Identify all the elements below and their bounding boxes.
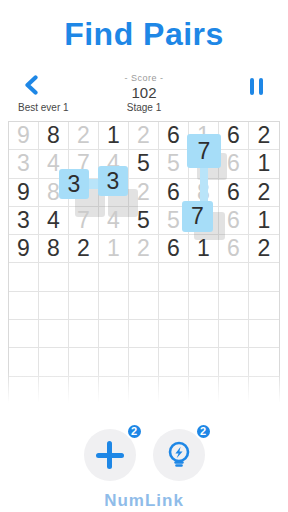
cell-number: 6 [167,237,180,260]
matched-tile[interactable]: 3 [98,166,128,196]
board-cell[interactable] [189,320,219,348]
cell-number: 6 [227,152,240,175]
meta-row: Best ever 1 Stage 1 [0,102,288,115]
board-cell[interactable] [129,320,159,348]
cell-number: 2 [77,237,90,260]
board-cell[interactable] [69,348,99,376]
board-cell[interactable]: 1 [99,122,129,150]
board-cell[interactable] [159,292,189,320]
board-cell[interactable] [159,377,189,405]
score-value: 102 [38,85,250,100]
board-cell[interactable] [159,348,189,376]
cell-number: 9 [17,237,30,260]
board-cell[interactable] [189,292,219,320]
board-cell[interactable]: 9 [9,122,39,150]
board-cell[interactable] [219,348,249,376]
board-cell[interactable] [99,377,129,405]
stage-label: Stage 1 [127,102,161,113]
cell-number: 2 [77,124,90,147]
board-cell[interactable]: 3 [9,150,39,178]
board-cell[interactable]: 2 [69,122,99,150]
game-board: 9821261623474556198268623474556198212616… [8,121,280,405]
cell-number: 6 [167,181,180,204]
board-cell[interactable] [129,377,159,405]
add-numbers-badge: 2 [126,423,143,440]
board-cell[interactable] [69,292,99,320]
board-cell[interactable]: 2 [129,235,159,263]
board-cell[interactable] [219,320,249,348]
board-cell[interactable] [9,320,39,348]
board-cell[interactable]: 8 [39,122,69,150]
board-cell[interactable]: 2 [69,235,99,263]
board-cell[interactable] [99,320,129,348]
cell-number: 2 [258,237,271,260]
cell-number: 6 [227,209,240,232]
board-cell[interactable] [249,377,279,405]
board-cell[interactable]: 1 [99,235,129,263]
board-cell[interactable] [99,348,129,376]
matched-tile[interactable]: 7 [182,201,213,232]
cell-number: 4 [47,209,60,232]
cell-number: 6 [227,124,240,147]
cell-number: 1 [258,209,271,232]
board-cell[interactable] [219,377,249,405]
board-cell[interactable]: 6 [219,122,249,150]
lightbulb-icon [163,439,195,471]
score-block: - Score - 102 [38,74,250,100]
cell-number: 8 [47,237,60,260]
board-cell[interactable] [219,292,249,320]
cell-number: 3 [17,209,30,232]
board-cell[interactable]: 8 [39,235,69,263]
board-cell[interactable] [39,320,69,348]
matched-tile[interactable]: 3 [59,169,89,199]
board-cell[interactable] [69,263,99,291]
cell-number: 8 [47,124,60,147]
add-numbers-button[interactable]: 2 [84,429,136,481]
cell-number: 6 [227,237,240,260]
board-cell[interactable] [99,292,129,320]
hint-button[interactable]: 2 [153,429,205,481]
board-cell[interactable]: 1 [249,150,279,178]
brand-logo: NumLink [0,491,288,511]
cell-number: 5 [137,152,150,175]
board-cell[interactable]: 2 [249,122,279,150]
cell-number: 5 [137,209,150,232]
board-cell[interactable] [159,263,189,291]
board-cell[interactable]: 2 [129,122,159,150]
board-cell[interactable]: 9 [9,235,39,263]
back-chevron-icon [24,75,38,99]
cell-number: 6 [167,124,180,147]
board-cell[interactable]: 9 [9,179,39,207]
pause-button[interactable] [250,78,263,95]
board-cell[interactable] [249,263,279,291]
board-cell[interactable] [159,320,189,348]
board-cell[interactable] [39,292,69,320]
board-cell[interactable] [249,320,279,348]
board-cell[interactable]: 5 [159,150,189,178]
hint-badge: 2 [195,423,212,440]
cell-number: 1 [197,237,210,260]
score-label: - Score - [38,74,250,83]
board-cell[interactable]: 6 [159,235,189,263]
board-cell[interactable] [39,263,69,291]
cell-number: 4 [47,152,60,175]
cell-number: 2 [258,181,271,204]
cell-number: 2 [258,124,271,147]
cell-number: 3 [17,152,30,175]
cell-number: 1 [107,237,120,260]
cell-number: 1 [258,152,271,175]
match-connector [200,166,208,203]
board-cell[interactable]: 6 [219,179,249,207]
board-cell[interactable] [189,263,219,291]
board-cell[interactable] [189,377,219,405]
board-cell[interactable]: 1 [249,207,279,235]
cell-number: 5 [167,152,180,175]
cell-number: 6 [227,181,240,204]
board-cell[interactable] [9,292,39,320]
board-cell[interactable] [69,320,99,348]
board-cell[interactable] [99,263,129,291]
cell-number: 5 [167,209,180,232]
board-cell[interactable] [219,263,249,291]
board-cell[interactable] [9,377,39,405]
nav-bar: - Score - 102 [0,73,288,100]
board-cell[interactable]: 4 [39,207,69,235]
board-cell[interactable] [69,377,99,405]
pause-icon [250,78,254,95]
cell-number: 2 [137,124,150,147]
page-title: Find Pairs [0,16,288,52]
board-cell[interactable] [129,292,159,320]
board-cell[interactable] [249,292,279,320]
board-cell[interactable] [39,377,69,405]
board-cell[interactable]: 5 [129,150,159,178]
board-cell[interactable] [39,348,69,376]
board-cell[interactable]: 2 [249,179,279,207]
pause-icon [259,78,263,95]
board-cell[interactable] [9,348,39,376]
cell-number: 1 [107,124,120,147]
board-cell[interactable] [129,348,159,376]
board-cell[interactable] [129,263,159,291]
board-cell[interactable] [249,348,279,376]
cell-number: 7 [77,209,90,232]
cell-number: 2 [137,181,150,204]
board-cell[interactable] [9,263,39,291]
board-cell[interactable]: 2 [249,235,279,263]
matched-tile[interactable]: 7 [187,134,221,168]
cell-number: 2 [137,237,150,260]
board-cell[interactable] [189,348,219,376]
cell-number: 9 [17,181,30,204]
cell-number: 8 [47,181,60,204]
cell-number: 4 [107,209,120,232]
plus-icon [96,441,124,469]
board-cell[interactable]: 3 [9,207,39,235]
powerup-bar: 2 2 [0,429,288,481]
cell-number: 9 [17,124,30,147]
back-button[interactable] [24,75,38,99]
board-cell[interactable]: 6 [159,122,189,150]
best-ever-label: Best ever 1 [18,102,69,113]
